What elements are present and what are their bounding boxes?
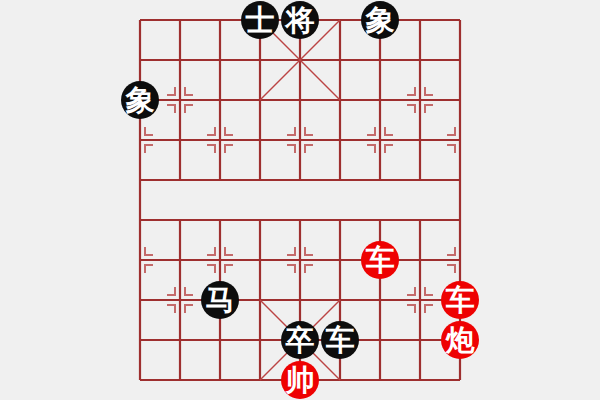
board-cell[interactable] — [200, 40, 240, 80]
board-cell[interactable] — [360, 320, 400, 360]
board-cell[interactable] — [120, 40, 160, 80]
board-cell[interactable] — [160, 160, 200, 200]
board-cell[interactable] — [360, 160, 400, 200]
board-cell[interactable]: 炮 — [440, 320, 480, 360]
board-cell[interactable]: 马 — [200, 280, 240, 320]
piece-red-general[interactable]: 帅 — [281, 361, 319, 399]
board-cell[interactable] — [240, 120, 280, 160]
piece-black-general[interactable]: 将 — [281, 1, 319, 39]
board-cell[interactable] — [400, 280, 440, 320]
piece-black-soldier[interactable]: 卒 — [281, 321, 319, 359]
board-cell[interactable] — [360, 120, 400, 160]
board-cell[interactable] — [400, 80, 440, 120]
board-cell[interactable] — [120, 240, 160, 280]
board-cell[interactable] — [280, 160, 320, 200]
board-cell[interactable] — [360, 80, 400, 120]
board-cell[interactable] — [320, 280, 360, 320]
board-cell[interactable] — [160, 80, 200, 120]
board-cell[interactable] — [400, 40, 440, 80]
board-cell[interactable]: 象 — [120, 80, 160, 120]
board-cell[interactable]: 士 — [240, 0, 280, 40]
board-cell[interactable] — [120, 120, 160, 160]
board-cell[interactable] — [160, 40, 200, 80]
board-cell[interactable] — [400, 160, 440, 200]
board-cell[interactable]: 车 — [320, 320, 360, 360]
board-cell[interactable] — [240, 360, 280, 400]
board-cell[interactable] — [120, 200, 160, 240]
board-cell[interactable] — [320, 120, 360, 160]
board-cell[interactable] — [160, 200, 200, 240]
piece-red-chariot[interactable]: 车 — [361, 241, 399, 279]
board-cell[interactable] — [200, 320, 240, 360]
board-cell[interactable]: 卒 — [280, 320, 320, 360]
board-cell[interactable] — [200, 240, 240, 280]
board-cell[interactable] — [440, 160, 480, 200]
board-cell[interactable] — [440, 80, 480, 120]
board-cell[interactable] — [320, 40, 360, 80]
board-cell[interactable] — [120, 280, 160, 320]
board-cell[interactable]: 象 — [360, 0, 400, 40]
board-cell[interactable] — [160, 280, 200, 320]
board-cell[interactable] — [120, 0, 160, 40]
board-cell[interactable] — [440, 40, 480, 80]
piece-black-chariot[interactable]: 车 — [321, 321, 359, 359]
board-cell[interactable] — [120, 160, 160, 200]
board-cell[interactable] — [240, 200, 280, 240]
board-cell[interactable] — [240, 320, 280, 360]
board-cell[interactable] — [400, 320, 440, 360]
board-cell[interactable] — [400, 360, 440, 400]
board-cell[interactable] — [200, 0, 240, 40]
board-cell[interactable] — [360, 40, 400, 80]
board-cell[interactable]: 将 — [280, 0, 320, 40]
board-cell[interactable] — [440, 360, 480, 400]
board-cell[interactable] — [360, 360, 400, 400]
piece-black-elephant[interactable]: 象 — [361, 1, 399, 39]
board-cell[interactable] — [320, 360, 360, 400]
board-cell[interactable] — [360, 200, 400, 240]
board-cell[interactable] — [360, 280, 400, 320]
board-cell[interactable] — [240, 280, 280, 320]
board-cell[interactable] — [280, 240, 320, 280]
piece-black-advisor[interactable]: 士 — [241, 1, 279, 39]
board-cell[interactable] — [160, 120, 200, 160]
board-cell[interactable] — [440, 200, 480, 240]
board-cell[interactable] — [280, 200, 320, 240]
piece-black-horse[interactable]: 马 — [201, 281, 239, 319]
board-cell[interactable] — [240, 80, 280, 120]
board-cell[interactable] — [240, 240, 280, 280]
xiangqi-diagram: 士将象象车马车卒车炮帅 — [0, 0, 600, 400]
board-cell[interactable] — [280, 80, 320, 120]
board-cell[interactable] — [200, 160, 240, 200]
board-cell[interactable] — [280, 120, 320, 160]
board-cell[interactable]: 车 — [360, 240, 400, 280]
board-cell[interactable] — [400, 200, 440, 240]
board-cell[interactable] — [320, 80, 360, 120]
board-cell[interactable] — [280, 40, 320, 80]
board-cell[interactable] — [320, 160, 360, 200]
board-cell[interactable] — [280, 280, 320, 320]
board-cell[interactable] — [120, 320, 160, 360]
board-cell[interactable] — [160, 240, 200, 280]
board-cell[interactable] — [200, 80, 240, 120]
board-cell[interactable] — [200, 360, 240, 400]
board-cell[interactable] — [440, 0, 480, 40]
board-cell[interactable] — [240, 160, 280, 200]
board-cell[interactable] — [200, 200, 240, 240]
board-cell[interactable] — [400, 240, 440, 280]
board-cell[interactable] — [320, 240, 360, 280]
board-cell[interactable]: 帅 — [280, 360, 320, 400]
board-cell[interactable] — [400, 120, 440, 160]
piece-black-elephant[interactable]: 象 — [121, 81, 159, 119]
board-cell[interactable] — [160, 360, 200, 400]
board-cell[interactable] — [320, 200, 360, 240]
board-cell[interactable] — [120, 360, 160, 400]
piece-red-chariot[interactable]: 车 — [441, 281, 479, 319]
board-cell[interactable] — [440, 120, 480, 160]
board-cell[interactable]: 车 — [440, 280, 480, 320]
board-cell[interactable] — [160, 0, 200, 40]
board-cell[interactable] — [440, 240, 480, 280]
board-cell[interactable] — [320, 0, 360, 40]
board-cell[interactable] — [200, 120, 240, 160]
board-cell[interactable] — [240, 40, 280, 80]
board-cell[interactable] — [160, 320, 200, 360]
piece-red-cannon[interactable]: 炮 — [441, 321, 479, 359]
board-cell[interactable] — [400, 0, 440, 40]
xiangqi-board: 士将象象车马车卒车炮帅 — [120, 0, 480, 400]
